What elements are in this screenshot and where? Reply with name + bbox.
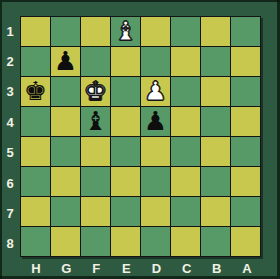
square-c2[interactable]	[171, 47, 200, 76]
square-a6[interactable]	[231, 167, 260, 196]
square-b3[interactable]	[201, 77, 230, 106]
square-b5[interactable]	[201, 137, 230, 166]
square-c6[interactable]	[171, 167, 200, 196]
rank-label-8: 8	[0, 229, 20, 259]
rank-label-5: 5	[0, 138, 20, 168]
square-a1[interactable]	[231, 17, 260, 46]
square-g5[interactable]	[51, 137, 80, 166]
square-f2[interactable]	[81, 47, 110, 76]
square-d4[interactable]: ♟	[141, 107, 170, 136]
rank-labels: 12345678	[0, 16, 20, 259]
square-e3[interactable]	[111, 77, 140, 106]
file-labels: HGFEDCBA	[21, 259, 262, 278]
file-label-a: A	[232, 259, 262, 278]
file-label-f: F	[81, 259, 111, 278]
square-d5[interactable]	[141, 137, 170, 166]
square-b6[interactable]	[201, 167, 230, 196]
square-g2[interactable]: ♟	[51, 47, 80, 76]
black-pawn-icon: ♟	[51, 47, 80, 76]
white-king-icon: ♚	[81, 77, 110, 106]
rank-label-2: 2	[0, 46, 20, 76]
square-b4[interactable]	[201, 107, 230, 136]
square-c8[interactable]	[171, 227, 200, 256]
square-c7[interactable]	[171, 197, 200, 226]
square-e7[interactable]	[111, 197, 140, 226]
square-g8[interactable]	[51, 227, 80, 256]
square-h4[interactable]	[21, 107, 50, 136]
file-label-d: D	[142, 259, 172, 278]
rank-label-7: 7	[0, 198, 20, 228]
square-g7[interactable]	[51, 197, 80, 226]
square-d6[interactable]	[141, 167, 170, 196]
square-e5[interactable]	[111, 137, 140, 166]
black-pawn-icon: ♟	[141, 107, 170, 136]
black-bishop-icon: ♝	[81, 107, 110, 136]
square-h7[interactable]	[21, 197, 50, 226]
square-a5[interactable]	[231, 137, 260, 166]
square-a7[interactable]	[231, 197, 260, 226]
square-b7[interactable]	[201, 197, 230, 226]
square-f3[interactable]: ♚	[81, 77, 110, 106]
rank-label-6: 6	[0, 168, 20, 198]
square-f4[interactable]: ♝	[81, 107, 110, 136]
square-d8[interactable]	[141, 227, 170, 256]
square-g1[interactable]	[51, 17, 80, 46]
square-h8[interactable]	[21, 227, 50, 256]
file-label-b: B	[202, 259, 232, 278]
square-g3[interactable]	[51, 77, 80, 106]
square-a2[interactable]	[231, 47, 260, 76]
square-c3[interactable]	[171, 77, 200, 106]
square-h2[interactable]	[21, 47, 50, 76]
file-label-h: H	[21, 259, 51, 278]
square-c5[interactable]	[171, 137, 200, 166]
square-e2[interactable]	[111, 47, 140, 76]
square-g6[interactable]	[51, 167, 80, 196]
square-d1[interactable]	[141, 17, 170, 46]
square-a3[interactable]	[231, 77, 260, 106]
square-b1[interactable]	[201, 17, 230, 46]
square-c1[interactable]	[171, 17, 200, 46]
square-f6[interactable]	[81, 167, 110, 196]
square-f7[interactable]	[81, 197, 110, 226]
rank-label-1: 1	[0, 16, 20, 46]
square-f8[interactable]	[81, 227, 110, 256]
square-d3[interactable]: ♟	[141, 77, 170, 106]
chess-board: 12345678 ♝♟♚♚♟♝♟ HGFEDCBA	[0, 0, 280, 279]
square-b8[interactable]	[201, 227, 230, 256]
rank-label-4: 4	[0, 107, 20, 137]
square-h5[interactable]	[21, 137, 50, 166]
square-e4[interactable]	[111, 107, 140, 136]
board-grid: ♝♟♚♚♟♝♟	[20, 16, 261, 257]
square-a4[interactable]	[231, 107, 260, 136]
square-f1[interactable]	[81, 17, 110, 46]
square-h1[interactable]	[21, 17, 50, 46]
square-d7[interactable]	[141, 197, 170, 226]
square-c4[interactable]	[171, 107, 200, 136]
file-label-e: E	[111, 259, 141, 278]
square-h3[interactable]: ♚	[21, 77, 50, 106]
square-e8[interactable]	[111, 227, 140, 256]
square-b2[interactable]	[201, 47, 230, 76]
square-g4[interactable]	[51, 107, 80, 136]
square-e1[interactable]: ♝	[111, 17, 140, 46]
square-d2[interactable]	[141, 47, 170, 76]
square-a8[interactable]	[231, 227, 260, 256]
square-h6[interactable]	[21, 167, 50, 196]
file-label-c: C	[172, 259, 202, 278]
black-king-icon: ♚	[21, 77, 50, 106]
white-bishop-icon: ♝	[111, 17, 140, 46]
square-f5[interactable]	[81, 137, 110, 166]
square-e6[interactable]	[111, 167, 140, 196]
rank-label-3: 3	[0, 77, 20, 107]
file-label-g: G	[51, 259, 81, 278]
white-pawn-icon: ♟	[141, 77, 170, 106]
